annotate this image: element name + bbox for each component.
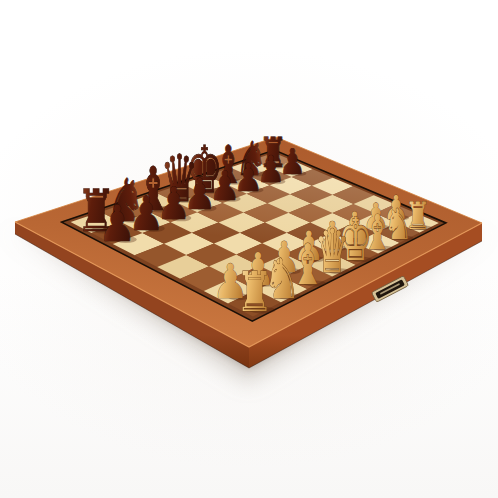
piece-white-r-a1: ♜ [236, 261, 276, 325]
chessboard-photo: ♜♟♞♟♝♟♚♟♛♟♝♟♟♞♟♜♟♜♟♞♟♟♝♟♚♛♟♝♟♞♟♜ [0, 0, 498, 498]
product-photo-scene: ♜♟♞♟♝♟♚♟♛♟♝♟♟♞♟♜♟♜♟♞♟♟♝♟♚♛♟♝♟♞♟♜ [0, 0, 498, 498]
piece-black-p-a7: ♟ [98, 194, 137, 252]
piece-glyph: ♜ [236, 261, 274, 325]
piece-glyph: ♟ [98, 194, 136, 252]
